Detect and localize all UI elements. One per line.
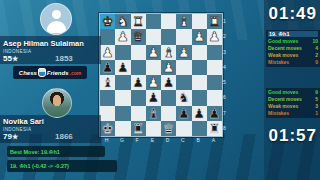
star-icon: ★ — [12, 133, 18, 140]
piece-black-pawn: ♟ — [163, 75, 175, 90]
square-c4[interactable] — [176, 60, 191, 75]
stat-label: Good moves — [268, 38, 298, 45]
stat-label: Decent moves — [268, 96, 302, 103]
piece-white-pawn: ♟ — [178, 45, 190, 60]
square-b2[interactable]: ♟ — [192, 29, 207, 44]
square-g7[interactable] — [115, 106, 130, 121]
stat-value: 5 — [315, 96, 318, 103]
piece-white-pawn: ♟ — [163, 60, 175, 75]
square-g4[interactable]: ♟ — [115, 60, 130, 75]
piece-black-rook: ♜ — [209, 121, 221, 136]
piece-white-pawn: ♟ — [148, 45, 160, 60]
stat-label: Mistakes — [268, 59, 289, 66]
square-e8[interactable] — [146, 121, 161, 136]
piece-white-pawn: ♟ — [117, 29, 129, 44]
chess-board-area: ♚♞♜♝♜♟♛♟♟♟♟♝♟♟♟♟♝♟♟♟♟♞♝♟♟♟♚♜♛♜ HGFEDCBA … — [99, 13, 223, 137]
file-label-H: H — [99, 136, 114, 144]
rank-label-3: 3 — [223, 45, 226, 60]
square-f5[interactable]: ♟ — [131, 75, 146, 90]
square-f3[interactable] — [131, 45, 146, 60]
stat-label: Decent moves — [268, 45, 302, 52]
square-h4[interactable]: ♟ — [100, 60, 115, 75]
piece-black-king: ♚ — [102, 121, 114, 136]
piece-black-knight: ♞ — [178, 90, 190, 105]
square-d2[interactable] — [161, 29, 176, 44]
piece-black-pawn: ♟ — [209, 106, 221, 121]
stat-value: 4 — [315, 45, 318, 52]
stat-value: 0 — [315, 59, 318, 66]
stat-value: 3 — [315, 103, 318, 110]
piece-black-pawn: ♟ — [117, 60, 129, 75]
square-f2[interactable]: ♛ — [131, 29, 146, 44]
square-e3[interactable]: ♟ — [146, 45, 161, 60]
rank-label-4: 4 — [223, 60, 226, 75]
square-b6[interactable] — [192, 90, 207, 105]
square-h6[interactable] — [100, 90, 115, 105]
stats-panel-white: 19. ♔h1 Good moves10 Decent moves4 Weak … — [266, 30, 320, 67]
star-icon: ★ — [12, 55, 18, 62]
square-h8[interactable]: ♚ — [100, 121, 115, 136]
square-a5[interactable] — [207, 75, 222, 90]
stream-overlay: ♚♞♜♝♜♟♛♟♟♟♟♝♟♟♟♟♝♟♟♟♟♞♝♟♟♟♚♜♛♜ HGFEDCBA … — [0, 0, 320, 180]
piece-black-pawn: ♟ — [178, 106, 190, 121]
square-e5[interactable]: ♟ — [146, 75, 161, 90]
square-d5[interactable]: ♟ — [161, 75, 176, 90]
player-stars-black: 79★ — [3, 132, 18, 141]
current-move-label: 19. ♔h1 — [268, 31, 318, 37]
piece-white-queen: ♛ — [132, 29, 144, 44]
piece-white-pawn: ♟ — [102, 45, 114, 60]
avatar-white — [40, 3, 72, 35]
square-a2[interactable]: ♟ — [207, 29, 222, 44]
square-a4[interactable] — [207, 60, 222, 75]
square-f4[interactable] — [131, 60, 146, 75]
file-labels: HGFEDCBA — [99, 136, 221, 144]
square-g3[interactable] — [115, 45, 130, 60]
square-g2[interactable]: ♟ — [115, 29, 130, 44]
chess-board[interactable]: ♚♞♜♝♜♟♛♟♟♟♟♝♟♟♟♟♝♟♟♟♟♞♝♟♟♟♚♜♛♜ — [99, 13, 223, 137]
square-c8[interactable] — [176, 121, 191, 136]
stats-panel-black: Good moves9 Decent moves5 Weak moves3 Mi… — [266, 88, 320, 118]
rank-label-5: 5 — [223, 75, 226, 90]
square-e4[interactable] — [146, 60, 161, 75]
square-b3[interactable] — [192, 45, 207, 60]
piece-black-pawn: ♟ — [193, 106, 205, 121]
avatar-black — [42, 88, 72, 118]
piece-black-rook: ♜ — [132, 121, 144, 136]
stat-value: 10 — [312, 38, 318, 45]
player-rating-black: 1866 — [55, 132, 73, 141]
square-b1[interactable] — [192, 14, 207, 29]
player-rating-white: 1853 — [55, 54, 73, 63]
square-h1[interactable]: ♚ — [100, 14, 115, 29]
square-g8[interactable] — [115, 121, 130, 136]
square-c1[interactable]: ♝ — [176, 14, 191, 29]
stat-value: 9 — [315, 89, 318, 96]
file-label-C: C — [175, 136, 190, 144]
rank-label-8: 8 — [223, 121, 226, 136]
square-e1[interactable] — [146, 14, 161, 29]
chessfriends-logo: Chess Friends .com — [13, 66, 87, 79]
square-c3[interactable]: ♟ — [176, 45, 191, 60]
piece-black-bishop: ♝ — [148, 106, 160, 121]
rank-label-7: 7 — [223, 106, 226, 121]
square-f8[interactable]: ♜ — [131, 121, 146, 136]
square-g5[interactable] — [115, 75, 130, 90]
piece-white-bishop: ♝ — [178, 14, 190, 29]
rank-label-6: 6 — [223, 90, 226, 105]
piece-black-pawn: ♟ — [148, 90, 160, 105]
square-a8[interactable]: ♜ — [207, 121, 222, 136]
square-d3[interactable]: ♝ — [161, 45, 176, 60]
file-label-A: A — [206, 136, 221, 144]
square-d6[interactable] — [161, 90, 176, 105]
square-a7[interactable]: ♟ — [207, 106, 222, 121]
square-f7[interactable] — [131, 106, 146, 121]
logo-text-2: Friends — [47, 70, 69, 76]
piece-white-rook: ♜ — [132, 14, 144, 29]
piece-white-bishop: ♝ — [163, 45, 175, 60]
clock-white: 01:49 — [269, 4, 317, 24]
square-d1[interactable] — [161, 14, 176, 29]
player-stars-white: 55★ — [3, 54, 18, 63]
piece-white-pawn: ♟ — [193, 29, 205, 44]
square-h2[interactable] — [100, 29, 115, 44]
shield-icon — [38, 68, 46, 77]
piece-white-king: ♚ — [102, 14, 114, 29]
star-count-white: 55 — [3, 54, 12, 63]
stat-label: Mistakes — [268, 110, 289, 117]
eval-box: 19. ♔h1 (-0.42 -> -0.27) — [7, 160, 117, 172]
square-c2[interactable] — [176, 29, 191, 44]
square-c7[interactable]: ♟ — [176, 106, 191, 121]
piece-black-queen: ♛ — [163, 121, 175, 136]
square-f6[interactable] — [131, 90, 146, 105]
file-label-B: B — [191, 136, 206, 144]
square-a1[interactable]: ♜ — [207, 14, 222, 29]
square-h5[interactable]: ♝ — [100, 75, 115, 90]
rank-label-1: 1 — [223, 14, 226, 29]
square-a3[interactable] — [207, 45, 222, 60]
piece-black-bishop: ♝ — [102, 75, 114, 90]
logo-suffix: .com — [70, 70, 82, 76]
player-name-white: Asep Hilman Sulaiman — [3, 39, 84, 48]
square-c5[interactable] — [176, 75, 191, 90]
star-count-black: 79 — [3, 132, 12, 141]
file-label-E: E — [145, 136, 160, 144]
avatar-silhouette-head — [52, 10, 61, 19]
file-label-F: F — [130, 136, 145, 144]
piece-white-rook: ♜ — [209, 14, 221, 29]
stat-value: 1 — [315, 110, 318, 117]
piece-white-pawn: ♟ — [209, 29, 221, 44]
logo-text-1: Chess — [19, 70, 37, 76]
piece-white-knight: ♞ — [117, 14, 129, 29]
piece-black-pawn: ♟ — [102, 60, 114, 75]
file-label-D: D — [160, 136, 175, 144]
square-b7[interactable]: ♟ — [192, 106, 207, 121]
square-h3[interactable]: ♟ — [100, 45, 115, 60]
square-g1[interactable]: ♞ — [115, 14, 130, 29]
player-name-black: Novika Sari — [3, 117, 44, 126]
avatar-silhouette-body — [47, 21, 66, 33]
stat-value: 2 — [315, 52, 318, 59]
clock-black: 01:57 — [269, 126, 317, 146]
square-b4[interactable] — [192, 60, 207, 75]
square-e7[interactable]: ♝ — [146, 106, 161, 121]
square-c6[interactable]: ♞ — [176, 90, 191, 105]
rank-label-2: 2 — [223, 29, 226, 44]
square-b8[interactable] — [192, 121, 207, 136]
stat-label: Weak moves — [268, 103, 298, 110]
square-a6[interactable] — [207, 90, 222, 105]
square-b5[interactable] — [192, 75, 207, 90]
square-d7[interactable] — [161, 106, 176, 121]
eval-text: 19. ♔h1 (-0.42 -> -0.27) — [10, 163, 69, 169]
best-move-box: Best Move: 19.♔h1 — [7, 146, 105, 157]
piece-black-pawn: ♟ — [132, 75, 144, 90]
square-d4[interactable]: ♟ — [161, 60, 176, 75]
piece-white-pawn: ♟ — [148, 75, 160, 90]
stat-label: Weak moves — [268, 52, 298, 59]
best-move-text: Best Move: 19.♔h1 — [10, 149, 60, 155]
stat-label: Good moves — [268, 89, 298, 96]
square-g6[interactable] — [115, 90, 130, 105]
square-h7[interactable] — [100, 106, 115, 121]
square-f1[interactable]: ♜ — [131, 14, 146, 29]
square-d8[interactable]: ♛ — [161, 121, 176, 136]
file-label-G: G — [114, 136, 129, 144]
square-e2[interactable] — [146, 29, 161, 44]
rank-labels: 12345678 — [223, 14, 226, 136]
square-e6[interactable]: ♟ — [146, 90, 161, 105]
